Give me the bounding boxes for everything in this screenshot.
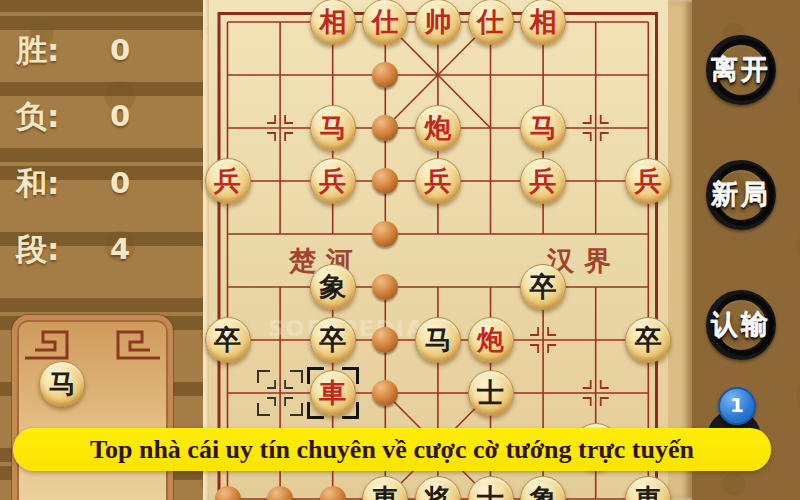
piece-b-general[interactable]: 将	[415, 476, 461, 500]
piece-r-advisor[interactable]: 仕	[362, 0, 408, 45]
piece-r-soldier[interactable]: 兵	[415, 158, 461, 204]
piece-b-elephant[interactable]: 象	[310, 264, 356, 310]
piece-r-soldier[interactable]: 兵	[625, 158, 671, 204]
piece-b-advisor[interactable]: 士	[468, 476, 514, 500]
piece-r-soldier[interactable]: 兵	[520, 158, 566, 204]
ad-banner-text: Top nhà cái uy tín chuyên về cược cờ tướ…	[13, 428, 771, 472]
ad-banner[interactable]: Top nhà cái uy tín chuyên về cược cờ tướ…	[13, 428, 771, 471]
piece-b-advisor[interactable]: 士	[468, 370, 514, 416]
piece-b-soldier[interactable]: 卒	[205, 317, 251, 363]
piece-b-chariot[interactable]: 車	[625, 476, 671, 500]
piece-r-elephant[interactable]: 相	[310, 0, 356, 45]
stat-wins: 胜: 0	[0, 29, 203, 71]
new-game-button-label: 新局	[711, 177, 771, 213]
piece-r-horse[interactable]: 马	[520, 105, 566, 151]
piece-b-soldier[interactable]: 卒	[520, 264, 566, 310]
stat-draws: 和: 0	[0, 162, 203, 204]
new-game-button[interactable]: 新局	[703, 157, 779, 233]
stat-wins-value: 0	[96, 29, 144, 71]
piece-b-horse[interactable]: 马	[415, 317, 461, 363]
stat-losses: 负: 0	[0, 95, 203, 137]
piece-r-chariot[interactable]: 車	[310, 370, 356, 416]
tray-ornament-left	[23, 326, 75, 366]
xiangqi-app: 胜: 0 负: 0 和: 0 段: 4 楚河 汉界 SOFTPEDIA 相仕帅仕…	[0, 0, 800, 500]
piece-r-advisor[interactable]: 仕	[468, 0, 514, 45]
stat-losses-label: 负:	[16, 95, 59, 137]
stat-draws-label: 和:	[16, 162, 59, 204]
stat-draws-value: 0	[96, 162, 144, 204]
stat-wins-label: 胜:	[16, 29, 59, 71]
resign-button[interactable]: 认输	[703, 287, 779, 363]
stat-rank-label: 段:	[16, 228, 59, 270]
piece-r-soldier[interactable]: 兵	[205, 158, 251, 204]
piece-r-cannon[interactable]: 炮	[415, 105, 461, 151]
tray-ornament-right	[110, 326, 162, 366]
piece-b-soldier[interactable]: 卒	[625, 317, 671, 363]
leave-button[interactable]: 离开	[703, 32, 779, 108]
piece-b-chariot[interactable]: 車	[362, 476, 408, 500]
notification-badge[interactable]: 1	[718, 387, 756, 425]
stat-rank-value: 4	[96, 228, 144, 270]
piece-r-general[interactable]: 帅	[415, 0, 461, 45]
piece-r-soldier[interactable]: 兵	[310, 158, 356, 204]
captured-tray: 马	[12, 315, 173, 500]
piece-b-elephant[interactable]: 象	[520, 476, 566, 500]
piece-b-soldier[interactable]: 卒	[310, 317, 356, 363]
piece-r-cannon[interactable]: 炮	[468, 317, 514, 363]
captured-piece-horse[interactable]: 马	[39, 361, 85, 407]
piece-r-elephant[interactable]: 相	[520, 0, 566, 45]
stat-rank: 段: 4	[0, 228, 203, 270]
resign-button-label: 认输	[711, 307, 771, 343]
leave-button-label: 离开	[711, 52, 771, 88]
piece-r-horse[interactable]: 马	[310, 105, 356, 151]
stat-losses-value: 0	[96, 95, 144, 137]
